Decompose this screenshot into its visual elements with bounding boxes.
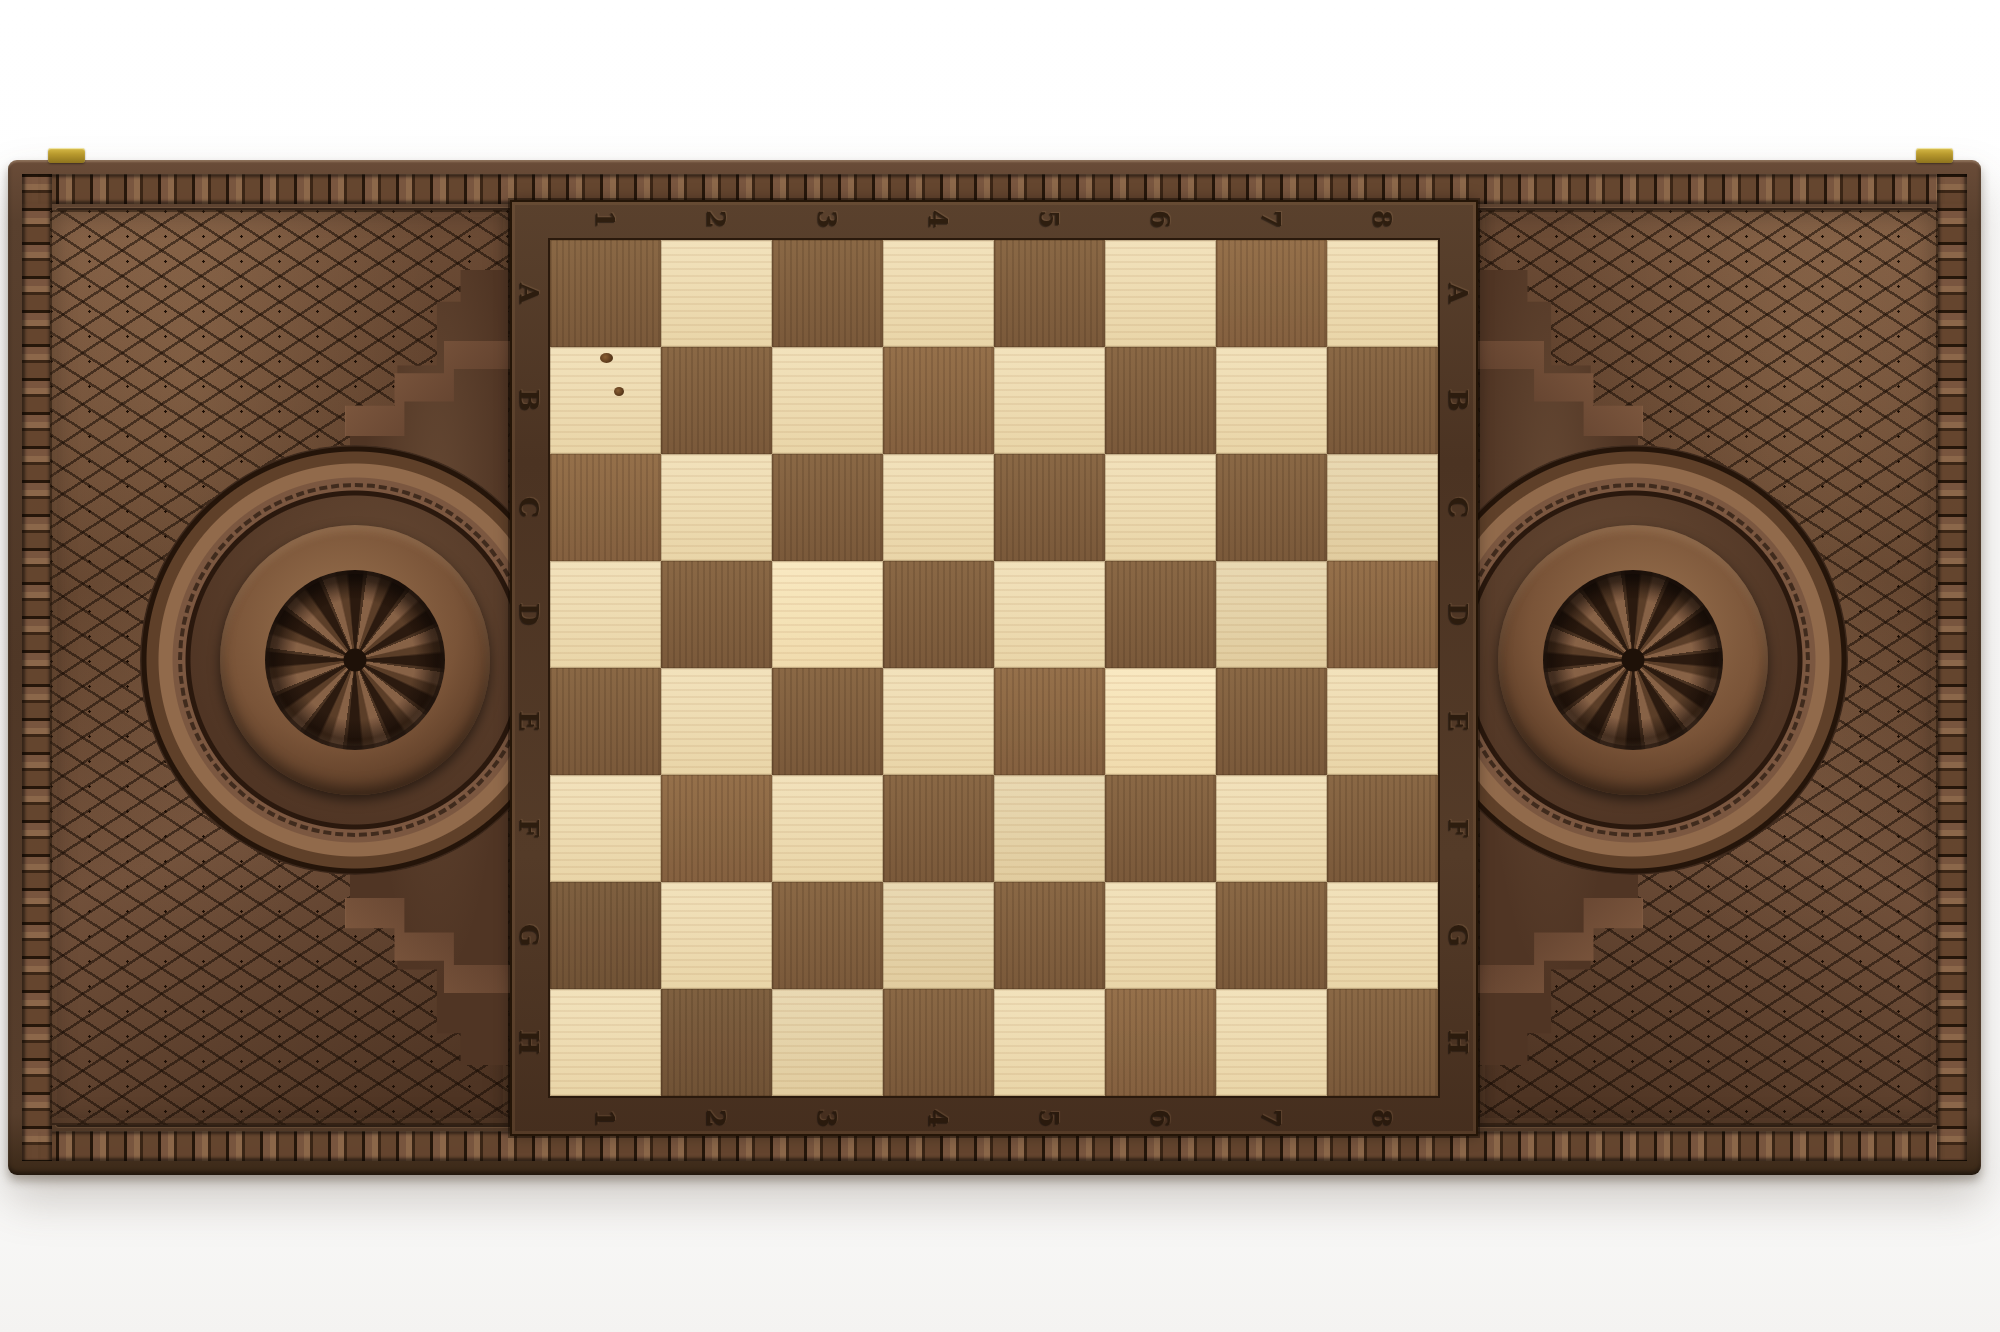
square-G1[interactable] [550,882,661,989]
square-A3[interactable] [772,240,883,347]
coord-left-H: H [513,1027,545,1057]
coord-right-E: E [1442,706,1474,736]
coord-left-B: B [513,385,545,415]
wood-knot [614,387,624,396]
brass-hinge-right [1916,148,1953,163]
coord-top-8: 8 [1366,204,1398,234]
square-H8[interactable] [1327,989,1438,1096]
coord-left-D: D [513,599,545,629]
coord-top-1: 1 [589,204,621,234]
square-D4[interactable] [883,561,994,668]
square-G8[interactable] [1327,882,1438,989]
coord-left-A: A [513,278,545,308]
coord-right-B: B [1442,385,1474,415]
coord-bottom-4: 4 [922,1103,954,1133]
square-D8[interactable] [1327,561,1438,668]
square-F3[interactable] [772,775,883,882]
coord-bottom-6: 6 [1144,1103,1176,1133]
square-A1[interactable] [550,240,661,347]
carved-panel-left [50,210,510,1125]
pinwheel-rosette-icon [265,570,445,750]
square-F5[interactable] [994,775,1105,882]
coord-right-D: D [1442,599,1474,629]
square-E2[interactable] [661,668,772,775]
square-G2[interactable] [661,882,772,989]
square-A8[interactable] [1327,240,1438,347]
square-H6[interactable] [1105,989,1216,1096]
coord-top-7: 7 [1255,204,1287,234]
square-F6[interactable] [1105,775,1216,882]
coord-left-F: F [513,813,545,843]
square-H7[interactable] [1216,989,1327,1096]
square-B4[interactable] [883,347,994,454]
square-C8[interactable] [1327,454,1438,561]
chessboard-frame: 1234567812345678ABCDEFGHABCDEFGH [510,200,1478,1136]
square-C5[interactable] [994,454,1105,561]
photo-scene: 1234567812345678ABCDEFGHABCDEFGH [0,0,2000,1332]
coord-right-G: G [1442,920,1474,950]
square-C2[interactable] [661,454,772,561]
square-B5[interactable] [994,347,1105,454]
pinwheel-rosette-icon [1543,570,1723,750]
square-C4[interactable] [883,454,994,561]
square-D7[interactable] [1216,561,1327,668]
square-F4[interactable] [883,775,994,882]
square-D5[interactable] [994,561,1105,668]
square-C1[interactable] [550,454,661,561]
coord-bottom-1: 1 [589,1103,621,1133]
square-G6[interactable] [1105,882,1216,989]
brass-hinge-left [48,148,85,163]
square-B1[interactable] [550,347,661,454]
square-H2[interactable] [661,989,772,1096]
square-E6[interactable] [1105,668,1216,775]
square-A6[interactable] [1105,240,1216,347]
coord-top-6: 6 [1144,204,1176,234]
square-H4[interactable] [883,989,994,1096]
square-F7[interactable] [1216,775,1327,882]
coord-right-A: A [1442,278,1474,308]
coord-bottom-5: 5 [1033,1103,1065,1133]
square-A7[interactable] [1216,240,1327,347]
square-E5[interactable] [994,668,1105,775]
square-A4[interactable] [883,240,994,347]
square-E1[interactable] [550,668,661,775]
square-D3[interactable] [772,561,883,668]
square-G7[interactable] [1216,882,1327,989]
coord-bottom-8: 8 [1366,1103,1398,1133]
coord-left-C: C [513,492,545,522]
square-D1[interactable] [550,561,661,668]
coord-right-C: C [1442,492,1474,522]
coord-bottom-7: 7 [1255,1103,1287,1133]
coord-right-F: F [1442,813,1474,843]
square-E3[interactable] [772,668,883,775]
square-B6[interactable] [1105,347,1216,454]
square-E4[interactable] [883,668,994,775]
square-H5[interactable] [994,989,1105,1096]
square-B7[interactable] [1216,347,1327,454]
wood-knot [600,353,613,363]
coord-bottom-2: 2 [700,1103,732,1133]
square-B2[interactable] [661,347,772,454]
coord-right-H: H [1442,1027,1474,1057]
square-G3[interactable] [772,882,883,989]
chessboard-grid [548,238,1440,1098]
coord-left-G: G [513,920,545,950]
square-G4[interactable] [883,882,994,989]
square-C7[interactable] [1216,454,1327,561]
square-F8[interactable] [1327,775,1438,882]
coord-left-E: E [513,706,545,736]
coord-bottom-3: 3 [811,1103,843,1133]
square-B3[interactable] [772,347,883,454]
square-H3[interactable] [772,989,883,1096]
coord-top-5: 5 [1033,204,1065,234]
square-E8[interactable] [1327,668,1438,775]
square-B8[interactable] [1327,347,1438,454]
square-D6[interactable] [1105,561,1216,668]
square-H1[interactable] [550,989,661,1096]
coord-top-4: 4 [922,204,954,234]
coord-top-2: 2 [700,204,732,234]
rope-border-left [22,174,52,1161]
square-A5[interactable] [994,240,1105,347]
square-C3[interactable] [772,454,883,561]
square-E7[interactable] [1216,668,1327,775]
coord-top-3: 3 [811,204,843,234]
square-A2[interactable] [661,240,772,347]
square-D2[interactable] [661,561,772,668]
square-C6[interactable] [1105,454,1216,561]
wooden-game-box: 1234567812345678ABCDEFGHABCDEFGH [8,160,1981,1175]
square-F2[interactable] [661,775,772,882]
square-G5[interactable] [994,882,1105,989]
square-F1[interactable] [550,775,661,882]
rope-border-right [1937,174,1967,1161]
carved-panel-right [1478,210,1938,1125]
